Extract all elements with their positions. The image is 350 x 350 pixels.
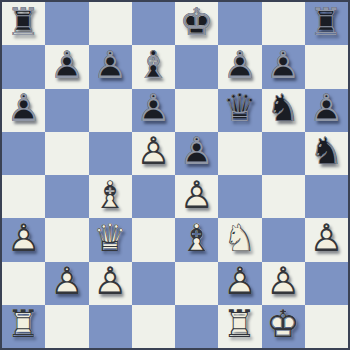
- square-e3[interactable]: ♝♗: [175, 218, 218, 261]
- square-g4[interactable]: [262, 175, 305, 218]
- white-pawn[interactable]: ♟♙: [175, 175, 218, 218]
- square-d7[interactable]: ♝♗: [132, 45, 175, 88]
- white-king[interactable]: ♚♔: [262, 305, 305, 348]
- square-e5[interactable]: ♟♙: [175, 132, 218, 175]
- white-pawn-outline-icon: ♙: [309, 219, 343, 257]
- square-h3[interactable]: ♟♙: [305, 218, 348, 261]
- square-e6[interactable]: [175, 89, 218, 132]
- white-knight-outline-icon: ♘: [223, 219, 257, 257]
- white-pawn-outline-icon: ♙: [93, 263, 127, 301]
- white-pawn-icon: ♟: [266, 263, 300, 301]
- black-pawn-icon: ♟: [136, 90, 170, 128]
- square-f6[interactable]: ♛♕: [218, 89, 261, 132]
- square-c5[interactable]: [89, 132, 132, 175]
- square-h7[interactable]: [305, 45, 348, 88]
- black-pawn[interactable]: ♟♙: [305, 89, 348, 132]
- square-h8[interactable]: ♜♖: [305, 2, 348, 45]
- white-bishop-outline-icon: ♗: [180, 219, 214, 257]
- square-g7[interactable]: ♟♙: [262, 45, 305, 88]
- square-g1[interactable]: ♚♔: [262, 305, 305, 348]
- square-e7[interactable]: [175, 45, 218, 88]
- white-pawn-outline-icon: ♙: [223, 263, 257, 301]
- black-pawn-icon: ♟: [50, 46, 84, 84]
- black-pawn-outline-icon: ♙: [223, 46, 257, 84]
- black-pawn-icon: ♟: [266, 46, 300, 84]
- square-a7[interactable]: [2, 45, 45, 88]
- black-king-outline-icon: ♔: [180, 3, 214, 41]
- square-b5[interactable]: [45, 132, 88, 175]
- black-queen-icon: ♛: [223, 90, 257, 128]
- white-knight[interactable]: ♞♘: [218, 218, 261, 261]
- white-pawn[interactable]: ♟♙: [45, 262, 88, 305]
- chess-board: ♜♖♚♔♜♖♟♙♟♙♝♗♟♙♟♙♟♙♟♙♛♕♞♘♟♙♟♙♟♙♞♘♝♗♟♙♟♙♛♕…: [0, 0, 350, 350]
- white-pawn-icon: ♟: [50, 263, 84, 301]
- white-pawn-icon: ♟: [136, 133, 170, 171]
- square-c3[interactable]: ♛♕: [89, 218, 132, 261]
- square-c4[interactable]: ♝♗: [89, 175, 132, 218]
- black-rook-icon: ♜: [309, 3, 343, 41]
- square-d2[interactable]: [132, 262, 175, 305]
- square-c8[interactable]: [89, 2, 132, 45]
- black-knight-outline-icon: ♘: [266, 90, 300, 128]
- white-rook-icon: ♜: [7, 306, 41, 344]
- square-a6[interactable]: ♟♙: [2, 89, 45, 132]
- square-e4[interactable]: ♟♙: [175, 175, 218, 218]
- white-pawn-outline-icon: ♙: [136, 133, 170, 171]
- white-pawn-outline-icon: ♙: [50, 263, 84, 301]
- black-pawn[interactable]: ♟♙: [45, 45, 88, 88]
- black-pawn-outline-icon: ♙: [266, 46, 300, 84]
- square-d4[interactable]: [132, 175, 175, 218]
- square-d8[interactable]: [132, 2, 175, 45]
- square-f4[interactable]: [218, 175, 261, 218]
- white-bishop[interactable]: ♝♗: [89, 175, 132, 218]
- white-queen-outline-icon: ♕: [93, 219, 127, 257]
- square-b2[interactable]: ♟♙: [45, 262, 88, 305]
- square-c7[interactable]: ♟♙: [89, 45, 132, 88]
- square-b6[interactable]: [45, 89, 88, 132]
- black-pawn[interactable]: ♟♙: [175, 132, 218, 175]
- black-pawn[interactable]: ♟♙: [218, 45, 261, 88]
- black-king-icon: ♚: [180, 3, 214, 41]
- black-pawn-outline-icon: ♙: [50, 46, 84, 84]
- square-h2[interactable]: [305, 262, 348, 305]
- white-rook[interactable]: ♜♖: [218, 305, 261, 348]
- black-pawn[interactable]: ♟♙: [262, 45, 305, 88]
- black-bishop-icon: ♝: [136, 46, 170, 84]
- white-bishop-outline-icon: ♗: [93, 176, 127, 214]
- white-queen-icon: ♛: [93, 219, 127, 257]
- white-bishop[interactable]: ♝♗: [175, 218, 218, 261]
- white-king-icon: ♚: [266, 306, 300, 344]
- square-a4[interactable]: [2, 175, 45, 218]
- square-d6[interactable]: ♟♙: [132, 89, 175, 132]
- white-rook-outline-icon: ♖: [223, 306, 257, 344]
- white-pawn[interactable]: ♟♙: [2, 218, 45, 261]
- black-pawn-icon: ♟: [7, 90, 41, 128]
- white-bishop-icon: ♝: [93, 176, 127, 214]
- white-pawn-outline-icon: ♙: [266, 263, 300, 301]
- square-g2[interactable]: ♟♙: [262, 262, 305, 305]
- square-f5[interactable]: [218, 132, 261, 175]
- black-pawn-outline-icon: ♙: [180, 133, 214, 171]
- square-h6[interactable]: ♟♙: [305, 89, 348, 132]
- black-bishop[interactable]: ♝♗: [132, 45, 175, 88]
- white-pawn[interactable]: ♟♙: [305, 218, 348, 261]
- square-h5[interactable]: ♞♘: [305, 132, 348, 175]
- black-pawn-outline-icon: ♙: [7, 90, 41, 128]
- square-h4[interactable]: [305, 175, 348, 218]
- black-pawn-icon: ♟: [180, 133, 214, 171]
- white-bishop-icon: ♝: [180, 219, 214, 257]
- white-pawn-outline-icon: ♙: [7, 219, 41, 257]
- white-king-outline-icon: ♔: [266, 306, 300, 344]
- square-f3[interactable]: ♞♘: [218, 218, 261, 261]
- black-knight[interactable]: ♞♘: [262, 89, 305, 132]
- square-e1[interactable]: [175, 305, 218, 348]
- black-pawn[interactable]: ♟♙: [2, 89, 45, 132]
- white-pawn-icon: ♟: [93, 263, 127, 301]
- white-rook-outline-icon: ♖: [7, 306, 41, 344]
- black-king[interactable]: ♚♔: [175, 2, 218, 45]
- square-d5[interactable]: ♟♙: [132, 132, 175, 175]
- black-bishop-outline-icon: ♗: [136, 46, 170, 84]
- black-rook-icon: ♜: [7, 3, 41, 41]
- black-rook-outline-icon: ♖: [7, 3, 41, 41]
- square-f1[interactable]: ♜♖: [218, 305, 261, 348]
- square-c1[interactable]: [89, 305, 132, 348]
- square-a2[interactable]: [2, 262, 45, 305]
- square-b1[interactable]: [45, 305, 88, 348]
- black-queen-outline-icon: ♕: [223, 90, 257, 128]
- black-knight[interactable]: ♞♘: [305, 132, 348, 175]
- square-a1[interactable]: ♜♖: [2, 305, 45, 348]
- white-pawn[interactable]: ♟♙: [262, 262, 305, 305]
- black-pawn-icon: ♟: [223, 46, 257, 84]
- square-b8[interactable]: [45, 2, 88, 45]
- white-rook[interactable]: ♜♖: [2, 305, 45, 348]
- square-c6[interactable]: [89, 89, 132, 132]
- black-pawn-icon: ♟: [309, 90, 343, 128]
- black-rook[interactable]: ♜♖: [305, 2, 348, 45]
- white-pawn-icon: ♟: [223, 263, 257, 301]
- square-a5[interactable]: [2, 132, 45, 175]
- white-pawn-icon: ♟: [309, 219, 343, 257]
- white-pawn[interactable]: ♟♙: [132, 132, 175, 175]
- white-knight-icon: ♞: [223, 219, 257, 257]
- black-knight-icon: ♞: [266, 90, 300, 128]
- square-e2[interactable]: [175, 262, 218, 305]
- square-d3[interactable]: [132, 218, 175, 261]
- square-b7[interactable]: ♟♙: [45, 45, 88, 88]
- black-pawn[interactable]: ♟♙: [132, 89, 175, 132]
- black-knight-outline-icon: ♘: [309, 133, 343, 171]
- square-f8[interactable]: [218, 2, 261, 45]
- square-h1[interactable]: [305, 305, 348, 348]
- black-pawn-outline-icon: ♙: [309, 90, 343, 128]
- square-c2[interactable]: ♟♙: [89, 262, 132, 305]
- square-a3[interactable]: ♟♙: [2, 218, 45, 261]
- square-g3[interactable]: [262, 218, 305, 261]
- black-pawn[interactable]: ♟♙: [89, 45, 132, 88]
- square-e8[interactable]: ♚♔: [175, 2, 218, 45]
- black-knight-icon: ♞: [309, 133, 343, 171]
- square-g8[interactable]: [262, 2, 305, 45]
- white-pawn-icon: ♟: [180, 176, 214, 214]
- white-pawn[interactable]: ♟♙: [89, 262, 132, 305]
- square-a8[interactable]: ♜♖: [2, 2, 45, 45]
- square-b4[interactable]: [45, 175, 88, 218]
- black-rook[interactable]: ♜♖: [2, 2, 45, 45]
- white-pawn-outline-icon: ♙: [180, 176, 214, 214]
- square-g5[interactable]: [262, 132, 305, 175]
- black-queen[interactable]: ♛♕: [218, 89, 261, 132]
- white-pawn[interactable]: ♟♙: [218, 262, 261, 305]
- black-pawn-icon: ♟: [93, 46, 127, 84]
- square-f2[interactable]: ♟♙: [218, 262, 261, 305]
- black-rook-outline-icon: ♖: [309, 3, 343, 41]
- square-b3[interactable]: [45, 218, 88, 261]
- black-pawn-outline-icon: ♙: [93, 46, 127, 84]
- square-f7[interactable]: ♟♙: [218, 45, 261, 88]
- white-queen[interactable]: ♛♕: [89, 218, 132, 261]
- square-g6[interactable]: ♞♘: [262, 89, 305, 132]
- white-pawn-icon: ♟: [7, 219, 41, 257]
- black-pawn-outline-icon: ♙: [136, 90, 170, 128]
- square-d1[interactable]: [132, 305, 175, 348]
- white-rook-icon: ♜: [223, 306, 257, 344]
